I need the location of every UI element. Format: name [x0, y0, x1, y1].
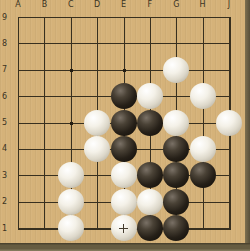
board-bottom-edge [0, 243, 250, 251]
column-label: D [91, 0, 103, 9]
white-stone [111, 162, 137, 188]
white-stone [163, 110, 189, 136]
white-stone [216, 110, 242, 136]
last-move-marker [119, 224, 128, 233]
column-label: B [38, 0, 50, 9]
black-stone [163, 215, 189, 241]
column-label: G [170, 0, 182, 9]
column-label: J [223, 0, 235, 9]
row-label: 9 [2, 13, 12, 22]
hoshi-point [123, 69, 126, 72]
row-label: 8 [2, 39, 12, 48]
black-stone [137, 110, 163, 136]
white-stone [84, 136, 110, 162]
white-stone [190, 136, 216, 162]
column-label: A [12, 0, 24, 9]
black-stone [163, 189, 189, 215]
white-stone [58, 189, 84, 215]
board-right-edge [245, 0, 250, 251]
white-stone [111, 189, 137, 215]
column-label: H [197, 0, 209, 9]
white-stone [190, 83, 216, 109]
black-stone [111, 110, 137, 136]
black-stone [111, 136, 137, 162]
black-stone [137, 215, 163, 241]
white-stone [163, 57, 189, 83]
hoshi-point [70, 69, 73, 72]
black-stone [137, 162, 163, 188]
row-label: 1 [2, 224, 12, 233]
black-stone [163, 136, 189, 162]
column-label: F [144, 0, 156, 9]
row-label: 2 [2, 197, 12, 206]
go-board[interactable]: ABCDEFGHJ987654321 [0, 0, 250, 251]
column-label: C [65, 0, 77, 9]
row-label: 5 [2, 118, 12, 127]
black-stone [111, 83, 137, 109]
hoshi-point [70, 122, 73, 125]
white-stone [58, 215, 84, 241]
row-label: 6 [2, 92, 12, 101]
white-stone [137, 83, 163, 109]
white-stone [137, 189, 163, 215]
row-label: 3 [2, 171, 12, 180]
row-label: 4 [2, 144, 12, 153]
column-label: E [118, 0, 130, 9]
white-stone [84, 110, 110, 136]
white-stone [58, 162, 84, 188]
row-label: 7 [2, 65, 12, 74]
black-stone [190, 162, 216, 188]
